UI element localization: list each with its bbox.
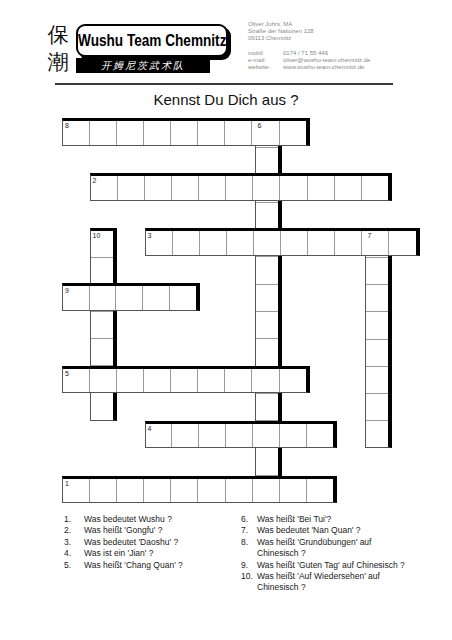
clue-3: 3. Was bedeutet 'Daoshu' ? [64,537,236,548]
clue-10-text: Was heißt 'Auf Wiedersehen' auf Chinesis… [257,571,407,594]
cell[interactable] [252,479,279,503]
clue-2-number: 2. [64,525,84,536]
clue-6-text: Was heißt 'Bei Tui'? [257,514,407,525]
page-title: Kennst Du Dich aus ? [0,91,452,108]
cell[interactable] [171,424,198,448]
cell[interactable] [142,286,169,310]
cell[interactable] [170,479,197,503]
word-3-across [145,228,420,256]
cell[interactable] [307,231,334,255]
grid-number-7: 7 [368,232,372,239]
clue-3-text: Was bedeutet 'Daoshu' ? [84,537,236,548]
logo-char-top: 保 [42,22,74,49]
contact-address: Oliver Juhrs, MA Straße der Nationen 128… [248,21,370,43]
cell[interactable] [115,286,142,310]
cell[interactable] [89,479,116,503]
cell[interactable] [172,231,199,255]
cell[interactable] [199,231,226,255]
grid-number-3: 3 [148,232,152,239]
team-logo-chinese-bar: 开姆尼茨武术队 [76,58,210,73]
website-label: website: [248,64,283,71]
clue-5-number: 5. [64,560,84,571]
cell[interactable] [116,121,143,145]
logo-char-bottom: 潮 [42,49,74,76]
clue-6-number: 6. [241,514,257,525]
cell[interactable] [116,369,143,393]
team-logo-text: Wushu Team Chemnitz [78,32,226,50]
clue-9-text: Was heißt 'Guten Tag' auf Chinesisch ? [257,560,407,571]
cell[interactable] [91,338,114,365]
clue-4-text: Was ist ein 'Jian' ? [84,548,236,559]
cell[interactable] [366,284,389,311]
cell[interactable] [279,176,306,200]
team-logo: Wushu Team Chemnitz [76,24,228,57]
contact-city: 09113 Chemnitz [248,35,370,42]
cell[interactable] [91,257,114,284]
clue-7-number: 7. [241,525,257,536]
cell[interactable] [224,369,251,393]
crossword-grid: 61078239541 [62,118,420,503]
grid-number-8: 8 [65,122,69,129]
clue-3-number: 3. [64,537,84,548]
cell[interactable] [334,231,361,255]
clue-1: 1. Was bedeutet Wushu ? [64,514,236,525]
cell[interactable] [91,392,114,419]
cell[interactable] [198,424,225,448]
cell[interactable] [170,121,197,145]
cell[interactable] [252,176,279,200]
cell[interactable] [366,366,389,393]
cell[interactable] [279,479,306,503]
cell[interactable] [279,121,306,145]
cell[interactable] [89,121,116,145]
word-1-across [62,476,337,504]
cell[interactable] [89,369,116,393]
cell[interactable] [225,424,252,448]
cell[interactable] [366,339,389,366]
cell[interactable] [143,121,170,145]
cell[interactable] [197,479,224,503]
clue-1-number: 1. [64,514,84,525]
clue-7: 7. Was bedeutet 'Nan Quan' ? [241,525,407,536]
clue-4: 4. Was ist ein 'Jian' ? [64,548,236,559]
worksheet-page: 保 潮 Wushu Team Chemnitz 开姆尼茨武术队 Oliver J… [0,0,452,640]
cell[interactable] [279,424,306,448]
clue-9-number: 9. [241,560,257,571]
grid-number-10: 10 [93,232,101,239]
grid-number-4: 4 [148,425,152,432]
cell[interactable] [280,231,307,255]
cell[interactable] [256,447,279,474]
cell[interactable] [256,202,279,229]
cell[interactable] [388,231,415,255]
email-label: e-mail: [248,57,283,64]
cell[interactable] [253,231,280,255]
cell[interactable] [366,420,389,447]
contact-name: Oliver Juhrs, MA [248,21,370,28]
clue-8: 8. Was heißt 'Grundübungen' auf Chinesis… [241,537,407,560]
cell[interactable] [366,257,389,284]
clue-9: 9. Was heißt 'Guten Tag' auf Chinesisch … [241,560,407,571]
clue-6: 6. Was heißt 'Bei Tui'? [241,514,407,525]
cell[interactable] [226,231,253,255]
mobil-label: mobil: [248,50,283,57]
cell[interactable] [144,176,171,200]
website-value: www.wushu-team-chemnitz.de [283,64,370,71]
cell[interactable] [306,479,333,503]
clue-4-number: 4. [64,548,84,559]
clue-2-text: Was heißt 'Gongfu' ? [84,525,236,536]
clue-10-number: 10. [241,571,257,594]
cell[interactable] [169,286,196,310]
clue-10: 10. Was heißt 'Auf Wiedersehen' auf Chin… [241,571,407,594]
grid-number-1: 1 [65,480,69,487]
cell[interactable] [225,176,252,200]
cell[interactable] [361,176,388,200]
cell[interactable] [89,286,116,310]
cell[interactable] [117,176,144,200]
cell[interactable] [197,369,224,393]
clue-8-text: Was heißt 'Grundübungen' auf Chinesisch … [257,537,407,560]
cell[interactable] [198,176,225,200]
cell[interactable] [251,369,278,393]
cell[interactable] [225,479,252,503]
cell[interactable] [143,479,170,503]
grid-number-2: 2 [93,177,97,184]
cell[interactable] [91,311,114,338]
word-2-across [90,173,393,201]
contact-street: Straße der Nationen 128 [248,28,370,35]
cell[interactable] [143,369,170,393]
grid-number-5: 5 [65,370,69,377]
cell[interactable] [307,176,334,200]
word-4-across [145,421,338,449]
cell[interactable] [366,393,389,420]
contact-block: Oliver Juhrs, MA Straße der Nationen 128… [248,21,370,71]
cell[interactable] [361,231,388,255]
header-divider [55,83,393,85]
clue-5-text: Was heißt 'Chang Quan' ? [84,560,236,571]
cell[interactable] [251,121,278,145]
cell[interactable] [256,284,279,311]
cell[interactable] [224,121,251,145]
grid-number-9: 9 [65,287,69,294]
mobil-value: 0174 / 71 55 446 [283,50,370,57]
cell[interactable] [256,311,279,338]
clue-8-number: 8. [241,537,257,560]
cell[interactable] [256,393,279,420]
email-value: oliver@wushu-team-chemnitz.de [283,57,370,64]
logo-side-characters: 保 潮 [42,22,74,76]
cell[interactable] [170,369,197,393]
cell[interactable] [256,256,279,283]
clue-7-text: Was bedeutet 'Nan Quan' ? [257,525,407,536]
cell[interactable] [256,147,279,174]
clue-5: 5. Was heißt 'Chang Quan' ? [64,560,236,571]
cell[interactable] [197,121,224,145]
grid-number-6: 6 [258,122,262,129]
cell[interactable] [256,338,279,365]
cell[interactable] [366,311,389,338]
clues-column-right: 6. Was heißt 'Bei Tui'? 7. Was bedeutet … [241,514,407,594]
cell[interactable] [116,479,143,503]
cell[interactable] [306,424,333,448]
clue-1-text: Was bedeutet Wushu ? [84,514,236,525]
cell[interactable] [279,369,306,393]
clues-column-left: 1. Was bedeutet Wushu ? 2. Was heißt 'Go… [64,514,236,571]
word-7-down [365,228,393,448]
word-8-across [62,118,310,146]
clue-2: 2. Was heißt 'Gongfu' ? [64,525,236,536]
cell[interactable] [171,176,198,200]
word-9-across [62,283,200,311]
word-5-across [62,366,310,394]
cell[interactable] [334,176,361,200]
cell[interactable] [252,424,279,448]
contact-details: mobil: 0174 / 71 55 446 e-mail: oliver@w… [248,50,370,72]
